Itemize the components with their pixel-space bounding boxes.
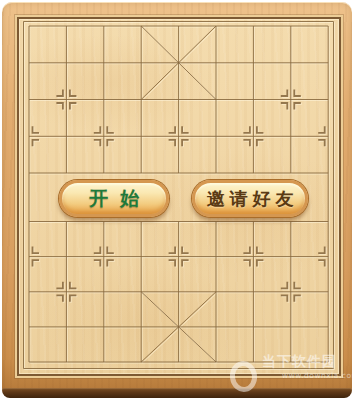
board-frame-bottom-edge xyxy=(2,388,352,398)
invite-button[interactable]: 邀请好友 xyxy=(192,180,308,217)
start-button-label: 开始 xyxy=(89,186,151,212)
invite-button-label: 邀请好友 xyxy=(207,187,299,211)
game-screen: 开始 邀请好友 当下软件园 www.downxia.com xyxy=(0,0,354,400)
start-button[interactable]: 开始 xyxy=(59,180,169,217)
